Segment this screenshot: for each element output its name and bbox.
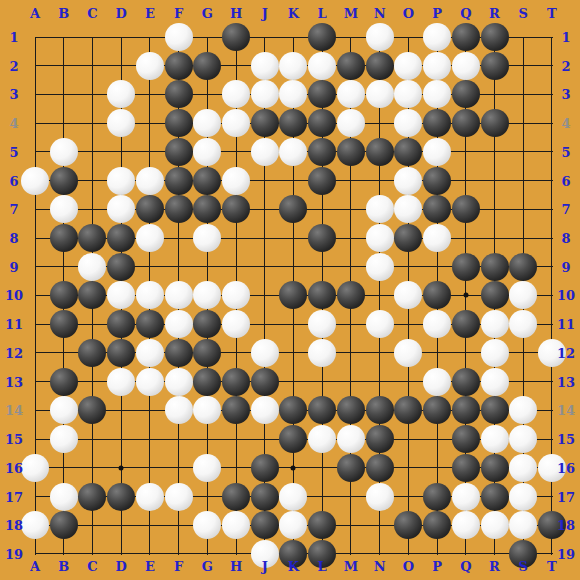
stone-black[interactable] [366,138,394,166]
stone-white[interactable] [366,253,394,281]
stone-white[interactable] [509,483,537,511]
coord-label-bottom: N [374,560,386,573]
stone-white[interactable] [509,310,537,338]
stone-white[interactable] [279,511,307,539]
coord-label-top: M [344,7,358,20]
coord-label-bottom: L [318,560,327,573]
stone-white[interactable] [481,511,509,539]
star-point [291,465,296,470]
stone-black[interactable] [165,195,193,223]
coord-label-top: B [58,7,69,20]
stone-black[interactable] [50,167,78,195]
stone-black[interactable] [337,138,365,166]
stone-white[interactable] [452,52,480,80]
stone-white[interactable] [136,339,164,367]
coord-label-bottom: T [547,560,557,573]
stone-white[interactable] [50,195,78,223]
stone-white[interactable] [481,339,509,367]
stone-white[interactable] [193,224,221,252]
stone-white[interactable] [165,483,193,511]
coord-label-left: 11 [5,318,23,331]
stone-white[interactable] [107,368,135,396]
stone-black[interactable] [481,109,509,137]
stone-white[interactable] [366,23,394,51]
stone-black[interactable] [452,310,480,338]
stone-white[interactable] [222,511,250,539]
stone-white[interactable] [107,195,135,223]
coord-label-left: 15 [5,433,23,446]
coord-label-left: 16 [5,461,23,474]
coord-label-left: 13 [5,375,23,388]
coord-label-right: 18 [557,519,575,532]
stone-white[interactable] [222,109,250,137]
stone-black[interactable] [78,483,106,511]
stone-white[interactable] [193,511,221,539]
stone-black[interactable] [423,511,451,539]
stone-white[interactable] [107,109,135,137]
stone-white[interactable] [21,511,49,539]
coord-label-bottom: O [403,560,414,573]
stone-black[interactable] [165,167,193,195]
coord-label-left: 3 [9,88,18,101]
stone-white[interactable] [251,339,279,367]
stone-white[interactable] [279,52,307,80]
coord-label-bottom: H [230,560,242,573]
stone-white[interactable] [394,167,422,195]
stone-black[interactable] [193,167,221,195]
coord-label-top: N [374,7,386,20]
stone-white[interactable] [193,281,221,309]
stone-black[interactable] [481,454,509,482]
stone-white[interactable] [107,281,135,309]
stone-black[interactable] [165,52,193,80]
stone-black[interactable] [308,511,336,539]
stone-black[interactable] [50,368,78,396]
coord-label-bottom: K [288,560,299,573]
stone-white[interactable] [78,253,106,281]
stone-black[interactable] [366,52,394,80]
stone-black[interactable] [452,80,480,108]
coord-label-top: G [202,7,213,20]
stone-white[interactable] [423,368,451,396]
stone-black[interactable] [366,454,394,482]
stone-white[interactable] [251,52,279,80]
stone-black[interactable] [394,511,422,539]
coord-label-left: 18 [5,519,23,532]
stone-black[interactable] [481,281,509,309]
stone-white[interactable] [452,511,480,539]
stone-black[interactable] [394,396,422,424]
stone-black[interactable] [193,310,221,338]
coord-label-right: 16 [557,461,575,474]
coord-label-left: 17 [5,490,23,503]
stone-black[interactable] [78,396,106,424]
stone-black[interactable] [308,109,336,137]
stone-white[interactable] [50,396,78,424]
stone-white[interactable] [279,80,307,108]
coord-label-top: H [230,7,242,20]
stone-white[interactable] [423,52,451,80]
coord-label-bottom: R [489,560,500,573]
coord-label-top: A [30,7,40,20]
stone-black[interactable] [308,23,336,51]
coord-label-bottom: P [432,560,442,573]
stone-black[interactable] [50,310,78,338]
coord-label-left: 1 [9,31,18,44]
stone-white[interactable] [366,80,394,108]
stone-white[interactable] [165,396,193,424]
stone-black[interactable] [308,167,336,195]
coord-label-right: 2 [561,59,570,72]
stone-black[interactable] [279,109,307,137]
stone-white[interactable] [308,310,336,338]
stone-white[interactable] [366,310,394,338]
stone-white[interactable] [165,310,193,338]
stone-black[interactable] [222,483,250,511]
stone-white[interactable] [107,80,135,108]
stone-white[interactable] [251,138,279,166]
stone-white[interactable] [193,396,221,424]
coord-label-bottom: E [145,560,155,573]
stone-black[interactable] [308,281,336,309]
stone-black[interactable] [107,483,135,511]
stone-black[interactable] [165,109,193,137]
stone-black[interactable] [222,368,250,396]
stone-black[interactable] [452,425,480,453]
coord-label-right: 12 [557,346,575,359]
stone-white[interactable] [222,80,250,108]
stone-white[interactable] [509,425,537,453]
coord-label-top: J [262,7,268,20]
go-board[interactable]: AABBCCDDEEFFGGHHJJKKLLMMNNOOPPQQRRSSTT11… [0,0,580,580]
stone-white[interactable] [481,368,509,396]
stone-black[interactable] [481,23,509,51]
stone-black[interactable] [251,368,279,396]
coord-label-right: 4 [561,117,570,130]
stone-black[interactable] [50,224,78,252]
coord-label-top: S [519,7,528,20]
stone-black[interactable] [452,368,480,396]
stone-white[interactable] [452,483,480,511]
coord-label-right: 19 [557,547,575,560]
stone-black[interactable] [423,195,451,223]
coord-label-right: 1 [561,31,570,44]
coord-label-top: P [432,7,442,20]
stone-black[interactable] [107,253,135,281]
stone-white[interactable] [136,368,164,396]
coord-label-left: 10 [5,289,23,302]
stone-white[interactable] [481,425,509,453]
coord-label-left: 19 [5,547,23,560]
stone-black[interactable] [452,109,480,137]
stone-white[interactable] [193,138,221,166]
coord-label-bottom: G [202,560,213,573]
coord-label-left: 8 [9,232,18,245]
stone-black[interactable] [251,109,279,137]
stone-black[interactable] [222,396,250,424]
stone-black[interactable] [509,253,537,281]
coord-label-right: 17 [557,490,575,503]
coord-label-right: 9 [561,260,570,273]
stone-black[interactable] [222,195,250,223]
coord-label-top: K [288,7,299,20]
stone-white[interactable] [366,195,394,223]
coord-label-left: 12 [5,346,23,359]
stone-black[interactable] [78,339,106,367]
stone-black[interactable] [50,511,78,539]
coord-label-right: 14 [557,404,575,417]
stone-black[interactable] [279,425,307,453]
stone-white[interactable] [136,281,164,309]
coord-label-right: 11 [557,318,575,331]
stone-white[interactable] [193,454,221,482]
stone-white[interactable] [337,109,365,137]
stone-white[interactable] [423,80,451,108]
stone-black[interactable] [452,195,480,223]
stone-white[interactable] [366,483,394,511]
stone-white[interactable] [509,396,537,424]
stone-white[interactable] [423,23,451,51]
stone-white[interactable] [337,80,365,108]
stone-white[interactable] [481,310,509,338]
stone-white[interactable] [136,224,164,252]
stone-black[interactable] [279,195,307,223]
stone-black[interactable] [251,454,279,482]
stone-white[interactable] [394,339,422,367]
stone-white[interactable] [222,310,250,338]
stone-black[interactable] [481,52,509,80]
stone-white[interactable] [509,454,537,482]
coord-label-bottom: D [116,560,127,573]
stone-black[interactable] [337,454,365,482]
coord-label-top: L [318,7,327,20]
stone-white[interactable] [50,425,78,453]
coord-label-right: 8 [561,232,570,245]
coord-label-bottom: C [87,560,97,573]
stone-white[interactable] [394,281,422,309]
stone-black[interactable] [193,339,221,367]
stone-white[interactable] [165,23,193,51]
coord-label-right: 10 [557,289,575,302]
coord-label-top: O [403,7,414,20]
stone-white[interactable] [394,80,422,108]
stone-black[interactable] [481,483,509,511]
coord-label-right: 15 [557,433,575,446]
coord-label-right: 13 [557,375,575,388]
stone-black[interactable] [222,23,250,51]
coord-label-top: C [87,7,97,20]
stone-black[interactable] [50,281,78,309]
stone-white[interactable] [50,138,78,166]
coord-label-bottom: F [174,560,183,573]
stone-black[interactable] [78,281,106,309]
coord-label-right: 5 [561,145,570,158]
stone-white[interactable] [251,80,279,108]
coord-label-left: 9 [9,260,18,273]
stone-black[interactable] [481,396,509,424]
stone-black[interactable] [78,224,106,252]
stone-black[interactable] [193,368,221,396]
stone-black[interactable] [193,195,221,223]
coord-label-top: D [116,7,127,20]
stone-black[interactable] [452,23,480,51]
stone-white[interactable] [21,167,49,195]
coord-label-bottom: Q [460,560,471,573]
stone-white[interactable] [366,224,394,252]
stone-black[interactable] [308,396,336,424]
stone-black[interactable] [423,109,451,137]
coord-label-left: 6 [9,174,18,187]
stone-white[interactable] [423,310,451,338]
stone-black[interactable] [165,80,193,108]
stone-black[interactable] [308,224,336,252]
stone-black[interactable] [394,224,422,252]
stone-black[interactable] [394,138,422,166]
stone-white[interactable] [193,109,221,137]
coord-label-bottom: B [58,560,69,573]
stone-black[interactable] [337,52,365,80]
stone-black[interactable] [337,281,365,309]
stone-white[interactable] [509,511,537,539]
coord-label-top: F [174,7,183,20]
stone-white[interactable] [394,195,422,223]
coord-label-right: 6 [561,174,570,187]
coord-label-bottom: M [344,560,358,573]
stone-white[interactable] [394,52,422,80]
star-point [463,293,468,298]
stone-white[interactable] [308,339,336,367]
coord-label-top: E [145,7,155,20]
stone-black[interactable] [107,339,135,367]
stone-black[interactable] [193,52,221,80]
stone-black[interactable] [366,396,394,424]
coord-label-top: Q [460,7,471,20]
coord-label-bottom: J [262,560,268,573]
stone-black[interactable] [279,281,307,309]
stone-black[interactable] [251,483,279,511]
stone-black[interactable] [165,339,193,367]
stone-white[interactable] [308,52,336,80]
stone-white[interactable] [308,425,336,453]
stone-white[interactable] [21,454,49,482]
stone-white[interactable] [509,281,537,309]
stone-white[interactable] [222,167,250,195]
stone-black[interactable] [165,138,193,166]
coord-label-left: 7 [9,203,18,216]
coord-label-right: 3 [561,88,570,101]
stone-white[interactable] [222,281,250,309]
stone-black[interactable] [107,310,135,338]
stone-white[interactable] [165,368,193,396]
stone-white[interactable] [251,396,279,424]
stone-white[interactable] [337,425,365,453]
stone-white[interactable] [279,483,307,511]
coord-label-left: 5 [9,145,18,158]
stone-white[interactable] [423,224,451,252]
coord-label-left: 2 [9,59,18,72]
stone-black[interactable] [279,396,307,424]
stone-white[interactable] [165,281,193,309]
stone-black[interactable] [136,310,164,338]
stone-white[interactable] [423,138,451,166]
coord-label-left: 4 [9,117,18,130]
stone-black[interactable] [423,167,451,195]
stone-black[interactable] [423,281,451,309]
stone-black[interactable] [452,396,480,424]
coord-label-top: T [547,7,557,20]
coord-label-top: R [489,7,500,20]
stone-black[interactable] [423,483,451,511]
stone-black[interactable] [308,80,336,108]
stone-white[interactable] [107,167,135,195]
stone-black[interactable] [107,224,135,252]
stone-black[interactable] [452,253,480,281]
stone-white[interactable] [136,167,164,195]
stone-white[interactable] [394,109,422,137]
coord-label-left: 14 [5,404,23,417]
stone-black[interactable] [136,195,164,223]
coord-label-bottom: A [30,560,40,573]
stone-black[interactable] [452,454,480,482]
stone-white[interactable] [50,483,78,511]
stone-white[interactable] [279,138,307,166]
stone-black[interactable] [481,253,509,281]
stone-black[interactable] [423,396,451,424]
stone-black[interactable] [308,138,336,166]
stone-black[interactable] [337,396,365,424]
stone-black[interactable] [366,425,394,453]
stone-white[interactable] [136,483,164,511]
coord-label-bottom: S [519,560,528,573]
star-point [119,465,124,470]
stone-white[interactable] [136,52,164,80]
stone-black[interactable] [251,511,279,539]
coord-label-right: 7 [561,203,570,216]
